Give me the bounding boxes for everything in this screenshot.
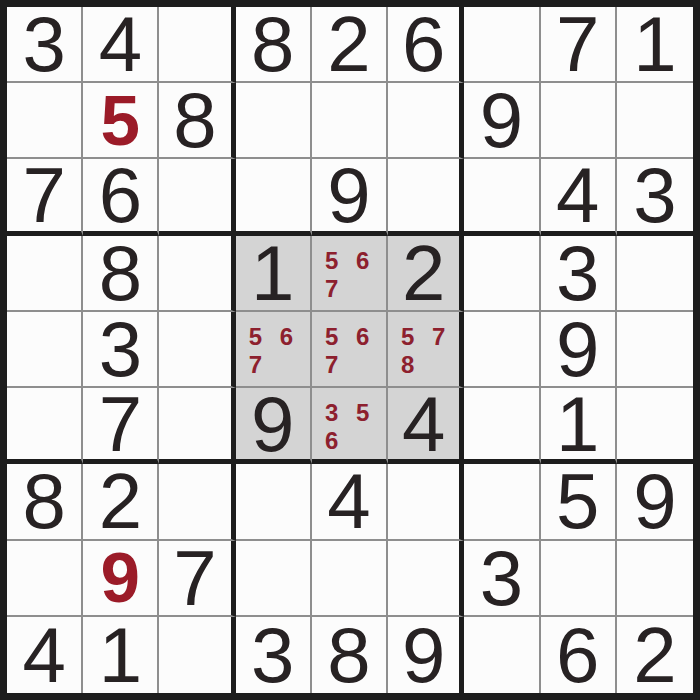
cell-r4c9[interactable]	[617, 236, 693, 312]
given-digit: 7	[173, 541, 216, 617]
given-digit: 8	[173, 83, 216, 159]
candidate-digit: 5	[325, 249, 356, 273]
cell-r9c7[interactable]	[464, 617, 540, 693]
cell-r7c5[interactable]: 4	[312, 464, 388, 540]
given-digit: 7	[22, 159, 65, 234]
cell-r6c9[interactable]	[617, 388, 693, 464]
given-digit: 9	[251, 388, 294, 463]
cell-r8c5[interactable]	[312, 541, 388, 617]
cell-r7c3[interactable]	[159, 464, 235, 540]
candidate-digit: 6	[356, 249, 387, 273]
cell-r6c3[interactable]	[159, 388, 235, 464]
candidate-digit: 5	[325, 325, 356, 349]
given-digit: 6	[402, 7, 445, 83]
candidate-digit: 5	[356, 401, 387, 425]
cell-r7c6[interactable]	[388, 464, 464, 540]
pencil-marks: 567	[325, 325, 387, 377]
cell-r2c1[interactable]	[7, 83, 83, 159]
cell-r9c9[interactable]: 2	[617, 617, 693, 693]
given-digit: 4	[327, 464, 370, 540]
cell-r8c9[interactable]	[617, 541, 693, 617]
cell-r3c5[interactable]: 9	[312, 159, 388, 235]
cell-r6c5[interactable]: 356	[312, 388, 388, 464]
candidate-digit: 7	[325, 353, 356, 377]
cell-r2c6[interactable]	[388, 83, 464, 159]
cell-r1c9[interactable]: 1	[617, 7, 693, 83]
pencil-marks: 356	[325, 401, 387, 453]
cell-r2c2[interactable]: 5	[83, 83, 159, 159]
given-digit: 2	[402, 236, 445, 312]
given-digit: 3	[99, 312, 142, 388]
given-digit: 8	[22, 464, 65, 540]
cell-r7c2[interactable]: 2	[83, 464, 159, 540]
cell-r6c4[interactable]: 9	[236, 388, 312, 464]
cell-r4c5[interactable]: 567	[312, 236, 388, 312]
cell-r2c8[interactable]	[541, 83, 617, 159]
sudoku-board: 3482671589769438156723356756757897935641…	[0, 0, 700, 700]
given-digit: 3	[251, 617, 294, 693]
candidate-digit: 7	[249, 353, 280, 377]
given-digit: 1	[556, 388, 599, 463]
cell-r3c1[interactable]: 7	[7, 159, 83, 235]
pencil-marks: 578	[401, 325, 463, 377]
given-digit: 7	[556, 7, 599, 83]
given-digit: 4	[556, 159, 599, 234]
cell-r4c7[interactable]	[464, 236, 540, 312]
cell-r1c6[interactable]: 6	[388, 7, 464, 83]
entry-digit: 9	[101, 542, 141, 613]
given-digit: 6	[556, 617, 599, 693]
cell-r8c4[interactable]	[236, 541, 312, 617]
given-digit: 2	[633, 617, 676, 693]
cell-r4c1[interactable]	[7, 236, 83, 312]
cell-r5c8[interactable]: 9	[541, 312, 617, 388]
cell-r9c1[interactable]: 4	[7, 617, 83, 693]
cell-r5c2[interactable]: 3	[83, 312, 159, 388]
given-digit: 8	[99, 236, 142, 312]
cell-r6c1[interactable]	[7, 388, 83, 464]
cell-r9c2[interactable]: 1	[83, 617, 159, 693]
cell-r9c5[interactable]: 8	[312, 617, 388, 693]
given-digit: 1	[633, 7, 676, 83]
given-digit: 9	[480, 83, 523, 159]
cell-r3c6[interactable]	[388, 159, 464, 235]
cell-r3c8[interactable]: 4	[541, 159, 617, 235]
given-digit: 4	[99, 7, 142, 83]
cell-r1c2[interactable]: 4	[83, 7, 159, 83]
cell-r8c7[interactable]: 3	[464, 541, 540, 617]
cell-r7c8[interactable]: 5	[541, 464, 617, 540]
given-digit: 9	[327, 159, 370, 234]
cell-r6c6[interactable]: 4	[388, 388, 464, 464]
cell-r8c8[interactable]	[541, 541, 617, 617]
candidate-digit: 6	[325, 429, 356, 453]
cell-r5c1[interactable]	[7, 312, 83, 388]
cell-r1c8[interactable]: 7	[541, 7, 617, 83]
given-digit: 1	[99, 617, 142, 693]
cell-r8c1[interactable]	[7, 541, 83, 617]
cell-r1c1[interactable]: 3	[7, 7, 83, 83]
given-digit: 3	[22, 7, 65, 83]
given-digit: 6	[99, 159, 142, 234]
given-digit: 4	[402, 388, 445, 463]
cell-r2c3[interactable]: 8	[159, 83, 235, 159]
cell-r4c3[interactable]	[159, 236, 235, 312]
pencil-marks: 567	[249, 325, 311, 377]
cell-r3c2[interactable]: 6	[83, 159, 159, 235]
cell-r6c2[interactable]: 7	[83, 388, 159, 464]
cell-r8c2[interactable]: 9	[83, 541, 159, 617]
cell-r2c9[interactable]	[617, 83, 693, 159]
cell-r3c3[interactable]	[159, 159, 235, 235]
candidate-digit: 6	[280, 325, 311, 349]
cell-r1c3[interactable]	[159, 7, 235, 83]
given-digit: 2	[327, 7, 370, 83]
cell-r3c9[interactable]: 3	[617, 159, 693, 235]
sudoku-app: 3482671589769438156723356756757897935641…	[0, 0, 700, 700]
cell-r9c3[interactable]	[159, 617, 235, 693]
cell-r5c6[interactable]: 578	[388, 312, 464, 388]
cell-r9c8[interactable]: 6	[541, 617, 617, 693]
candidate-digit: 3	[325, 401, 356, 425]
candidate-digit: 5	[401, 325, 432, 349]
cell-r4c2[interactable]: 8	[83, 236, 159, 312]
given-digit: 9	[556, 312, 599, 388]
given-digit: 1	[251, 236, 294, 312]
candidate-digit: 6	[356, 325, 387, 349]
cell-r4c6[interactable]: 2	[388, 236, 464, 312]
entry-digit: 5	[101, 85, 141, 156]
cell-r7c9[interactable]: 9	[617, 464, 693, 540]
cell-r5c3[interactable]	[159, 312, 235, 388]
cell-r8c6[interactable]	[388, 541, 464, 617]
cell-r7c4[interactable]	[236, 464, 312, 540]
given-digit: 7	[99, 388, 142, 463]
given-digit: 4	[22, 617, 65, 693]
cell-r2c7[interactable]: 9	[464, 83, 540, 159]
cell-r3c4[interactable]	[236, 159, 312, 235]
candidate-digit: 7	[325, 277, 356, 301]
cell-r1c7[interactable]	[464, 7, 540, 83]
cell-r2c5[interactable]	[312, 83, 388, 159]
given-digit: 2	[99, 464, 142, 540]
cell-r4c8[interactable]: 3	[541, 236, 617, 312]
cell-r7c1[interactable]: 8	[7, 464, 83, 540]
given-digit: 9	[633, 464, 676, 540]
cell-r3c7[interactable]	[464, 159, 540, 235]
pencil-marks: 567	[325, 249, 387, 301]
cell-r5c4[interactable]: 567	[236, 312, 312, 388]
cell-r9c6[interactable]: 9	[388, 617, 464, 693]
cell-r6c7[interactable]	[464, 388, 540, 464]
cell-r7c7[interactable]	[464, 464, 540, 540]
cell-r9c4[interactable]: 3	[236, 617, 312, 693]
given-digit: 8	[327, 617, 370, 693]
cell-r5c9[interactable]	[617, 312, 693, 388]
cell-r4c4[interactable]: 1	[236, 236, 312, 312]
given-digit: 8	[251, 7, 294, 83]
candidate-digit: 5	[249, 325, 280, 349]
given-digit: 9	[402, 617, 445, 693]
given-digit: 3	[556, 236, 599, 312]
cell-r6c8[interactable]: 1	[541, 388, 617, 464]
given-digit: 5	[556, 464, 599, 540]
cell-r5c7[interactable]	[464, 312, 540, 388]
cell-r2c4[interactable]	[236, 83, 312, 159]
given-digit: 3	[480, 541, 523, 617]
cell-r8c3[interactable]: 7	[159, 541, 235, 617]
candidate-digit: 8	[401, 353, 432, 377]
given-digit: 3	[633, 159, 676, 234]
cell-r1c4[interactable]: 8	[236, 7, 312, 83]
cell-r1c5[interactable]: 2	[312, 7, 388, 83]
candidate-digit: 7	[432, 325, 463, 349]
cell-r5c5[interactable]: 567	[312, 312, 388, 388]
